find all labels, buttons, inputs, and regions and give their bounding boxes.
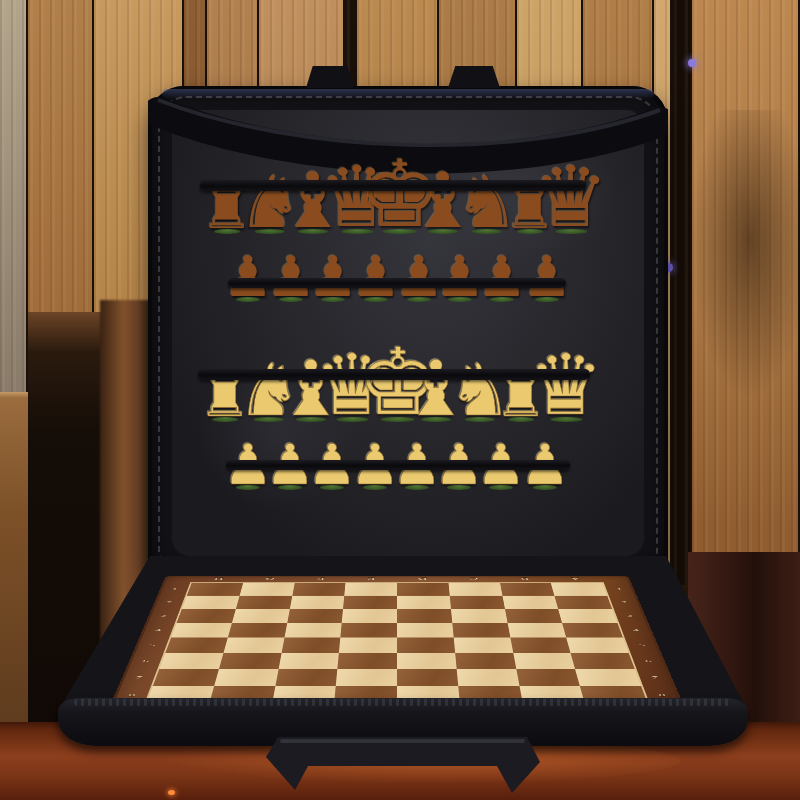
square[interactable] xyxy=(513,653,575,669)
square[interactable] xyxy=(502,596,558,609)
coordinate-label: A xyxy=(549,576,601,581)
coordinate-label: 6 xyxy=(131,653,160,669)
square[interactable] xyxy=(232,609,290,623)
coordinate-label: D xyxy=(397,576,448,581)
square[interactable] xyxy=(450,596,505,609)
coordinate-label: 3 xyxy=(617,609,643,623)
square[interactable] xyxy=(187,583,243,596)
square[interactable] xyxy=(343,596,397,609)
board-border: HGFEDCBA HGFEDCBA 12345678 12345678 xyxy=(106,576,688,715)
felt-base xyxy=(236,485,260,490)
coordinate-label: 7 xyxy=(124,669,154,686)
square[interactable] xyxy=(455,653,516,669)
square[interactable] xyxy=(275,669,338,686)
square[interactable] xyxy=(159,653,223,669)
square[interactable] xyxy=(239,583,294,596)
square[interactable] xyxy=(339,637,397,652)
coordinate-label: 7 xyxy=(640,669,670,686)
zipper-gather-texture xyxy=(74,699,732,706)
square[interactable] xyxy=(571,653,635,669)
elastic-strap[interactable] xyxy=(228,278,566,288)
elastic-strap[interactable] xyxy=(198,369,590,380)
square[interactable] xyxy=(566,637,628,652)
felt-base xyxy=(364,297,388,302)
square[interactable] xyxy=(562,623,623,638)
square[interactable] xyxy=(182,596,240,609)
square[interactable] xyxy=(555,596,613,609)
coordinate-label: G xyxy=(244,576,296,581)
carry-handle-left[interactable] xyxy=(306,66,354,88)
square[interactable] xyxy=(397,596,451,609)
square[interactable] xyxy=(397,653,456,669)
coordinate-label: C xyxy=(448,576,500,581)
felt-base xyxy=(405,485,429,490)
coordinate-label: F xyxy=(295,576,347,581)
queen-glyph: ♛ xyxy=(528,351,603,420)
board-squares xyxy=(144,582,650,704)
felt-base xyxy=(448,297,472,302)
square[interactable] xyxy=(558,609,617,623)
coordinate-label: 2 xyxy=(612,596,637,609)
piece-tray-row-light-pawns: ♟♟♟♟♟♟♟♟ xyxy=(0,422,800,490)
felt-base xyxy=(489,485,513,490)
felt-base xyxy=(490,297,514,302)
coordinate-label: H xyxy=(192,576,244,581)
square[interactable] xyxy=(451,609,507,623)
dark-queen[interactable]: ♛ xyxy=(533,163,608,234)
felt-base xyxy=(320,485,344,490)
square[interactable] xyxy=(338,653,397,669)
coordinate-label: 1 xyxy=(607,583,632,596)
felt-base xyxy=(278,485,302,490)
square[interactable] xyxy=(510,637,571,652)
square[interactable] xyxy=(281,637,340,652)
square[interactable] xyxy=(341,623,397,638)
square[interactable] xyxy=(177,609,236,623)
light-queen[interactable]: ♛ xyxy=(528,351,603,422)
product-photo-chess-case: ♜♞♝♛♚♝♞♜♛ ♟♟♟♟♟♟♟♟ ♜♞♝♛♚♝♞♜♛ ♟♟♟♟♟♟♟♟ HG… xyxy=(0,0,800,800)
square[interactable] xyxy=(153,669,219,686)
square[interactable] xyxy=(171,623,232,638)
square[interactable] xyxy=(397,637,455,652)
square[interactable] xyxy=(507,623,566,638)
square[interactable] xyxy=(397,623,453,638)
coordinate-label: 2 xyxy=(157,596,182,609)
coordinate-label: 5 xyxy=(628,637,656,652)
piece-tray-row-dark-pawns: ♟♟♟♟♟♟♟♟ xyxy=(0,234,800,302)
coordinate-label: 5 xyxy=(138,637,166,652)
coordinate-label: E xyxy=(346,576,397,581)
square[interactable] xyxy=(452,623,510,638)
square[interactable] xyxy=(397,669,458,686)
coordinate-label: 6 xyxy=(634,653,663,669)
square[interactable] xyxy=(236,596,292,609)
square[interactable] xyxy=(456,669,519,686)
square[interactable] xyxy=(284,623,342,638)
file-labels-top: HGFEDCBA xyxy=(192,576,601,581)
felt-base xyxy=(321,297,345,302)
square[interactable] xyxy=(287,609,343,623)
square[interactable] xyxy=(344,583,397,596)
coordinate-label: 4 xyxy=(145,623,172,638)
piece-tray-row-dark-majors: ♜♞♝♛♚♝♞♜♛ xyxy=(0,122,800,234)
square[interactable] xyxy=(219,653,281,669)
felt-base xyxy=(236,297,260,302)
square[interactable] xyxy=(453,637,512,652)
square[interactable] xyxy=(165,637,227,652)
square[interactable] xyxy=(228,623,287,638)
square[interactable] xyxy=(278,653,339,669)
square[interactable] xyxy=(551,583,607,596)
square[interactable] xyxy=(289,596,344,609)
square[interactable] xyxy=(448,583,502,596)
coordinate-label: B xyxy=(498,576,550,581)
piece-tray-row-light-majors: ♜♞♝♛♚♝♞♜♛ xyxy=(0,310,800,422)
square[interactable] xyxy=(342,609,397,623)
square[interactable] xyxy=(223,637,284,652)
felt-base xyxy=(533,485,557,490)
coordinate-label: 4 xyxy=(623,623,650,638)
square[interactable] xyxy=(292,583,346,596)
square[interactable] xyxy=(214,669,278,686)
chessboard[interactable]: HGFEDCBA HGFEDCBA 12345678 12345678 xyxy=(106,576,688,715)
square[interactable] xyxy=(397,583,450,596)
felt-base xyxy=(535,297,559,302)
carry-handle-right[interactable] xyxy=(448,66,500,88)
felt-base xyxy=(447,485,471,490)
square[interactable] xyxy=(336,669,397,686)
table-reflection-speck xyxy=(168,790,175,795)
felt-base xyxy=(407,297,431,302)
elastic-strap[interactable] xyxy=(226,460,570,470)
square[interactable] xyxy=(500,583,555,596)
coordinate-label: 3 xyxy=(151,609,177,623)
felt-base xyxy=(363,485,387,490)
square[interactable] xyxy=(505,609,563,623)
elastic-strap[interactable] xyxy=(200,180,586,191)
square[interactable] xyxy=(516,669,580,686)
square[interactable] xyxy=(397,609,452,623)
felt-base xyxy=(279,297,303,302)
fairy-light xyxy=(688,59,696,67)
square[interactable] xyxy=(575,669,641,686)
queen-glyph: ♛ xyxy=(533,163,608,232)
coordinate-label: 1 xyxy=(162,583,187,596)
